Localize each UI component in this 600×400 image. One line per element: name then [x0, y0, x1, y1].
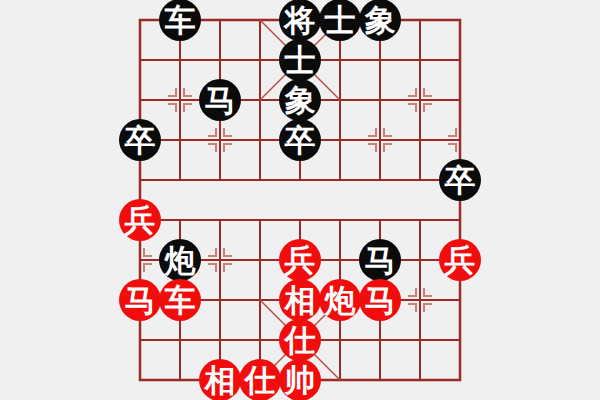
piece-black-chariot[interactable]: 车 — [159, 0, 201, 41]
piece-black-soldier[interactable]: 卒 — [279, 119, 321, 161]
position-marker — [408, 288, 416, 296]
piece-red-elephant[interactable]: 相 — [279, 279, 321, 321]
position-marker — [168, 104, 176, 112]
piece-red-advisor[interactable]: 仕 — [239, 359, 281, 400]
position-marker — [224, 264, 232, 272]
position-marker — [424, 304, 432, 312]
piece-red-general[interactable]: 帅 — [279, 359, 321, 400]
position-marker — [224, 128, 232, 136]
position-marker — [208, 128, 216, 136]
piece-black-soldier[interactable]: 卒 — [439, 159, 481, 201]
position-marker — [408, 88, 416, 96]
piece-black-general[interactable]: 将 — [279, 0, 321, 41]
position-marker — [408, 104, 416, 112]
position-marker — [144, 248, 152, 256]
piece-red-elephant[interactable]: 相 — [199, 359, 241, 400]
position-marker — [424, 104, 432, 112]
piece-red-soldier[interactable]: 兵 — [279, 239, 321, 281]
piece-black-advisor[interactable]: 士 — [319, 0, 361, 41]
position-marker — [208, 248, 216, 256]
piece-black-soldier[interactable]: 卒 — [119, 119, 161, 161]
position-marker — [368, 144, 376, 152]
xiangqi-board[interactable]: 车将士象士马象卒卒卒炮马兵兵兵马车相炮马仕相仕帅 — [0, 0, 600, 400]
position-marker — [224, 248, 232, 256]
position-marker — [168, 88, 176, 96]
piece-red-chariot[interactable]: 车 — [159, 279, 201, 321]
piece-red-horse[interactable]: 马 — [119, 279, 161, 321]
piece-black-elephant[interactable]: 象 — [279, 79, 321, 121]
piece-red-cannon[interactable]: 炮 — [319, 279, 361, 321]
position-marker — [424, 288, 432, 296]
position-marker — [144, 264, 152, 272]
position-marker — [184, 104, 192, 112]
position-marker — [408, 304, 416, 312]
piece-red-advisor[interactable]: 仕 — [279, 319, 321, 361]
position-marker — [208, 144, 216, 152]
piece-black-horse[interactable]: 马 — [359, 239, 401, 281]
position-marker — [224, 144, 232, 152]
piece-black-cannon[interactable]: 炮 — [159, 239, 201, 281]
position-marker — [208, 264, 216, 272]
position-marker — [448, 128, 456, 136]
position-marker — [384, 144, 392, 152]
piece-black-elephant[interactable]: 象 — [359, 0, 401, 41]
piece-black-horse[interactable]: 马 — [199, 79, 241, 121]
piece-red-soldier[interactable]: 兵 — [439, 239, 481, 281]
piece-black-advisor[interactable]: 士 — [279, 39, 321, 81]
piece-red-soldier[interactable]: 兵 — [119, 199, 161, 241]
position-marker — [448, 144, 456, 152]
position-marker — [384, 128, 392, 136]
position-marker — [424, 88, 432, 96]
position-marker — [184, 88, 192, 96]
position-marker — [368, 128, 376, 136]
piece-red-horse[interactable]: 马 — [359, 279, 401, 321]
